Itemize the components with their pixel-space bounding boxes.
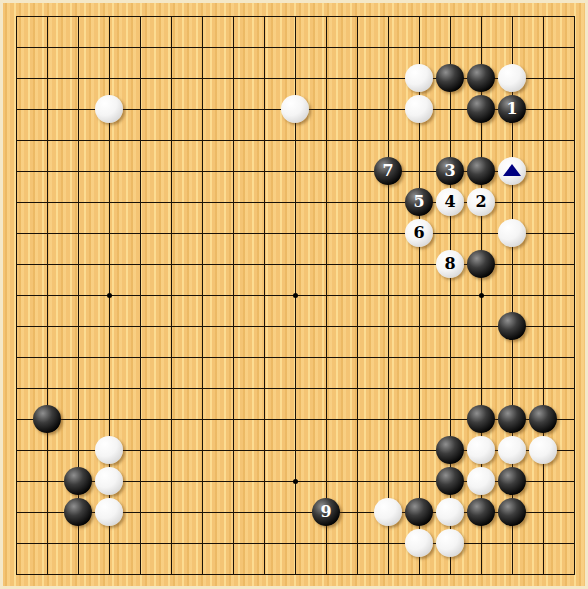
star-point xyxy=(107,293,112,298)
stone-white-10-4[interactable] xyxy=(281,95,309,123)
stone-black-17-11[interactable] xyxy=(498,312,526,340)
stone-black-3-17[interactable] xyxy=(64,498,92,526)
stone-black-14-17[interactable] xyxy=(405,498,433,526)
stone-black-14-7[interactable]: 5 xyxy=(405,188,433,216)
move-number-label: 8 xyxy=(444,256,455,272)
move-number-label: 5 xyxy=(413,194,424,210)
stone-white-17-3[interactable] xyxy=(498,64,526,92)
stone-black-15-3[interactable] xyxy=(436,64,464,92)
stone-white-17-8[interactable] xyxy=(498,219,526,247)
stone-white-15-17[interactable] xyxy=(436,498,464,526)
move-number-label: 6 xyxy=(413,225,424,241)
go-board[interactable]: 173542689 xyxy=(0,0,588,589)
move-number-label: 3 xyxy=(444,163,455,179)
stone-black-15-6[interactable]: 3 xyxy=(436,157,464,185)
stone-white-4-4[interactable] xyxy=(95,95,123,123)
stone-black-2-14[interactable] xyxy=(33,405,61,433)
stone-black-17-16[interactable] xyxy=(498,467,526,495)
star-point xyxy=(479,293,484,298)
stone-white-17-6[interactable] xyxy=(498,157,526,185)
move-number-label: 2 xyxy=(475,194,486,210)
stone-black-15-16[interactable] xyxy=(436,467,464,495)
stone-white-16-7[interactable]: 2 xyxy=(467,188,495,216)
stone-white-16-15[interactable] xyxy=(467,436,495,464)
stone-black-16-17[interactable] xyxy=(467,498,495,526)
stone-white-15-7[interactable]: 4 xyxy=(436,188,464,216)
star-point xyxy=(293,293,298,298)
stone-black-16-14[interactable] xyxy=(467,405,495,433)
move-number-label: 7 xyxy=(382,163,393,179)
stone-black-17-17[interactable] xyxy=(498,498,526,526)
stone-black-17-14[interactable] xyxy=(498,405,526,433)
stone-black-15-15[interactable] xyxy=(436,436,464,464)
stone-black-13-6[interactable]: 7 xyxy=(374,157,402,185)
star-point xyxy=(293,479,298,484)
stone-white-14-18[interactable] xyxy=(405,529,433,557)
stone-white-4-16[interactable] xyxy=(95,467,123,495)
stone-white-14-3[interactable] xyxy=(405,64,433,92)
stone-white-17-15[interactable] xyxy=(498,436,526,464)
stone-white-14-4[interactable] xyxy=(405,95,433,123)
stone-white-4-15[interactable] xyxy=(95,436,123,464)
stone-white-15-18[interactable] xyxy=(436,529,464,557)
stone-black-11-17[interactable]: 9 xyxy=(312,498,340,526)
stone-white-16-16[interactable] xyxy=(467,467,495,495)
stone-white-18-15[interactable] xyxy=(529,436,557,464)
stone-black-16-9[interactable] xyxy=(467,250,495,278)
stone-black-16-4[interactable] xyxy=(467,95,495,123)
stone-black-17-4[interactable]: 1 xyxy=(498,95,526,123)
stone-black-3-16[interactable] xyxy=(64,467,92,495)
move-number-label: 1 xyxy=(506,101,517,117)
move-number-label: 9 xyxy=(320,504,331,520)
stone-black-16-6[interactable] xyxy=(467,157,495,185)
stone-white-13-17[interactable] xyxy=(374,498,402,526)
triangle-marker-icon xyxy=(503,164,521,176)
stone-white-14-8[interactable]: 6 xyxy=(405,219,433,247)
stone-white-4-17[interactable] xyxy=(95,498,123,526)
stone-white-15-9[interactable]: 8 xyxy=(436,250,464,278)
stone-black-18-14[interactable] xyxy=(529,405,557,433)
move-number-label: 4 xyxy=(444,194,455,210)
stone-black-16-3[interactable] xyxy=(467,64,495,92)
